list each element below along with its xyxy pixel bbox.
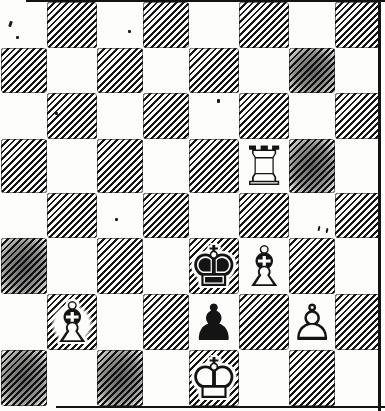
square-e1[interactable]: ♔ xyxy=(189,350,239,406)
square-e6[interactable] xyxy=(189,93,239,139)
square-d6[interactable] xyxy=(143,93,189,139)
square-h5[interactable] xyxy=(335,139,381,193)
square-a1[interactable] xyxy=(1,350,47,406)
square-h2[interactable] xyxy=(335,294,381,350)
square-d7[interactable] xyxy=(143,48,189,94)
board-frame-top xyxy=(26,0,385,2)
square-b6[interactable] xyxy=(47,93,97,139)
square-b7[interactable] xyxy=(47,48,97,94)
square-g3[interactable] xyxy=(289,238,335,294)
white-pawn-g2[interactable]: ♙ xyxy=(290,298,335,348)
white-bishop-b2[interactable]: ♗ xyxy=(47,295,97,351)
square-g8[interactable] xyxy=(289,2,335,48)
square-h4[interactable] xyxy=(335,193,381,239)
square-f1[interactable] xyxy=(239,350,289,406)
square-b1[interactable] xyxy=(47,350,97,406)
square-f4[interactable] xyxy=(239,193,289,239)
square-g4[interactable] xyxy=(289,193,335,239)
square-h3[interactable] xyxy=(335,238,381,294)
square-d5[interactable] xyxy=(143,139,189,193)
square-e5[interactable] xyxy=(189,139,239,193)
white-bishop-f3[interactable]: ♗ xyxy=(239,239,289,295)
black-pawn-e2[interactable]: ♟ xyxy=(192,298,237,348)
square-f6[interactable] xyxy=(239,93,289,139)
white-king-e1[interactable]: ♔ xyxy=(189,351,239,407)
chess-board: ♖♚♗♗♟♙♔ xyxy=(1,2,381,406)
square-c7[interactable] xyxy=(97,48,143,94)
square-g1[interactable] xyxy=(289,350,335,406)
square-f7[interactable] xyxy=(239,48,289,94)
scan-speck xyxy=(16,36,19,39)
square-f2[interactable] xyxy=(239,294,289,350)
square-e3[interactable]: ♚ xyxy=(189,238,239,294)
chess-diagram: ♖♚♗♗♟♙♔ xyxy=(0,0,385,411)
board-frame-right xyxy=(378,0,381,411)
square-d3[interactable] xyxy=(143,238,189,294)
black-king-e3[interactable]: ♚ xyxy=(189,239,239,295)
square-g7[interactable] xyxy=(289,48,335,94)
square-a5[interactable] xyxy=(1,139,47,193)
square-c2[interactable] xyxy=(97,294,143,350)
square-c5[interactable] xyxy=(97,139,143,193)
square-f8[interactable] xyxy=(239,2,289,48)
square-c3[interactable] xyxy=(97,238,143,294)
square-g6[interactable] xyxy=(289,93,335,139)
square-b2[interactable]: ♗ xyxy=(47,294,97,350)
square-g2[interactable]: ♙ xyxy=(289,294,335,350)
square-b4[interactable] xyxy=(47,193,97,239)
square-c6[interactable] xyxy=(97,93,143,139)
square-b8[interactable] xyxy=(47,2,97,48)
square-d2[interactable] xyxy=(143,294,189,350)
square-d1[interactable] xyxy=(143,350,189,406)
square-a2[interactable] xyxy=(1,294,47,350)
scan-speck xyxy=(55,112,58,115)
square-f5[interactable]: ♖ xyxy=(239,139,289,193)
square-e8[interactable] xyxy=(189,2,239,48)
square-e2[interactable]: ♟ xyxy=(189,294,239,350)
square-a4[interactable] xyxy=(1,193,47,239)
square-h7[interactable] xyxy=(335,48,381,94)
scan-speck xyxy=(217,99,220,103)
square-c1[interactable] xyxy=(97,350,143,406)
square-f3[interactable]: ♗ xyxy=(239,238,289,294)
square-e4[interactable] xyxy=(189,193,239,239)
square-h1[interactable] xyxy=(335,350,381,406)
square-h6[interactable] xyxy=(335,93,381,139)
square-c8[interactable] xyxy=(97,2,143,48)
scan-speck xyxy=(115,218,118,221)
square-b3[interactable] xyxy=(47,238,97,294)
square-c4[interactable] xyxy=(97,193,143,239)
square-a3[interactable] xyxy=(1,238,47,294)
square-g5[interactable] xyxy=(289,139,335,193)
square-d4[interactable] xyxy=(143,193,189,239)
square-b5[interactable] xyxy=(47,139,97,193)
scan-speck xyxy=(128,30,131,33)
square-a6[interactable] xyxy=(1,93,47,139)
square-e7[interactable] xyxy=(189,48,239,94)
white-rook-f5[interactable]: ♖ xyxy=(240,140,288,194)
square-a7[interactable] xyxy=(1,48,47,94)
square-d8[interactable] xyxy=(143,2,189,48)
square-h8[interactable] xyxy=(335,2,381,48)
